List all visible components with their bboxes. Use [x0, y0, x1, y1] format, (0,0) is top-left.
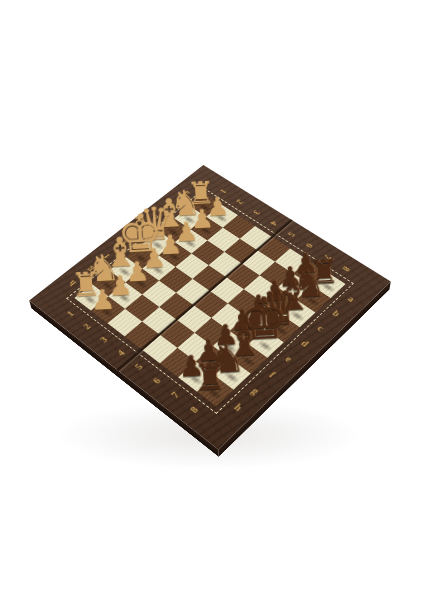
- coord-letter-a-southeast: a: [340, 290, 363, 308]
- piece-white-pawn-h2[interactable]: ♟: [82, 285, 124, 314]
- piece-black-rook-h8[interactable]: ♜: [187, 358, 232, 396]
- chess-set-photo: 1122334455667788aabbccddeeffgghh♜♞♟♝♟♛♟♚…: [0, 0, 424, 600]
